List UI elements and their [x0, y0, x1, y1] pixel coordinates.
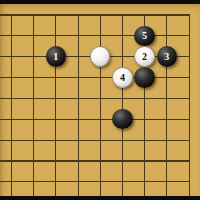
white-stone[interactable]	[90, 46, 111, 67]
black-stone[interactable]	[134, 67, 155, 88]
black-stone-move-3[interactable]: 3	[157, 46, 178, 67]
board-point-R17[interactable]: 2	[134, 46, 156, 67]
white-stone-move-2[interactable]: 2	[134, 46, 155, 67]
white-stone-move-4[interactable]: 4	[112, 67, 133, 88]
board-point-S17[interactable]: 3	[156, 46, 178, 67]
board-point-N17[interactable]: 1	[45, 46, 67, 67]
go-diagram-photo: 15234	[0, 0, 200, 200]
move-number-label: 3	[164, 52, 169, 62]
board-point-R18[interactable]: 5	[134, 25, 156, 46]
board-point-R16[interactable]	[134, 67, 156, 88]
black-stone[interactable]	[112, 109, 133, 130]
move-number-label: 2	[142, 52, 147, 62]
board-point-Q16[interactable]: 4	[111, 67, 133, 88]
move-number-label: 5	[142, 31, 147, 41]
move-number-label: 1	[53, 52, 58, 62]
grid-cells: 15234	[0, 5, 200, 193]
board-point-Q14[interactable]	[111, 109, 133, 130]
board-point-P17[interactable]	[89, 46, 111, 67]
go-board[interactable]: 15234	[0, 4, 200, 196]
black-stone-move-5[interactable]: 5	[134, 26, 155, 47]
black-stone-move-1[interactable]: 1	[46, 46, 67, 67]
move-number-label: 4	[120, 73, 125, 83]
